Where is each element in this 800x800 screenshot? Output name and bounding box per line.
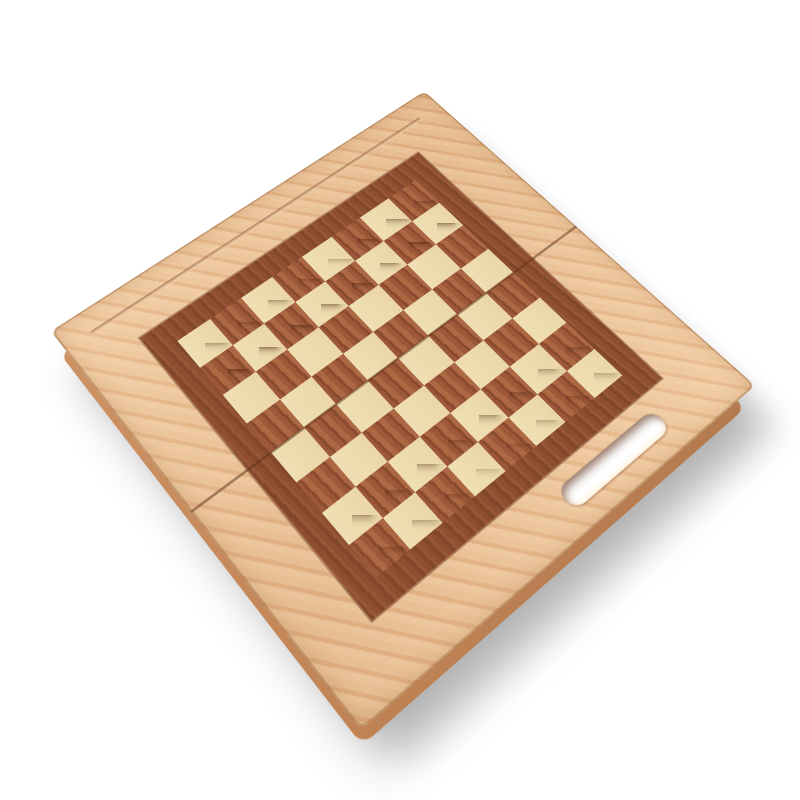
black-pawn-icon: ♟ <box>202 320 253 376</box>
white-rook-icon: ♜ <box>345 479 414 556</box>
chess-board: ♜♞♝♛♚♝♞♜♟♟♟♟♟♟♟♟♟♟♟♟♟♟♟♟♜♞♝♛♚♝♞♜ <box>51 91 756 730</box>
product-photo-stage: ♜♞♝♛♚♝♞♜♟♟♟♟♟♟♟♟♟♟♟♟♟♟♟♟♜♞♝♛♚♝♞♜ <box>0 0 800 800</box>
